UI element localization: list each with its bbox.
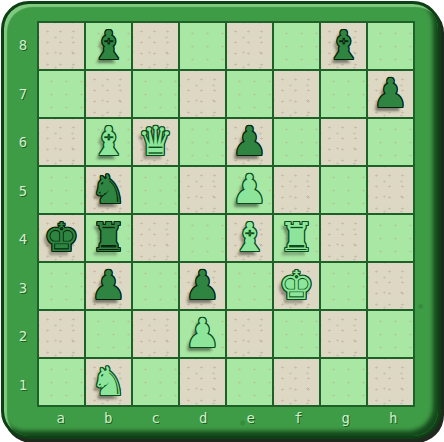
piece-light-bishop-b6[interactable]: ♝ (91, 121, 127, 163)
square-c4[interactable] (133, 215, 178, 261)
piece-light-king-f3[interactable]: ♚ (279, 265, 315, 307)
square-a2[interactable] (39, 311, 84, 357)
square-e3[interactable] (227, 263, 272, 309)
square-d2[interactable]: ♟ (180, 311, 225, 357)
piece-light-queen-c6[interactable]: ♛ (138, 121, 174, 163)
file-labels: abcdefgh (37, 410, 417, 426)
piece-light-knight-b1[interactable]: ♞ (91, 361, 127, 403)
square-e2[interactable] (227, 311, 272, 357)
piece-dark-pawn-h7[interactable]: ♟ (373, 73, 409, 115)
square-f3[interactable]: ♚ (274, 263, 319, 309)
square-f1[interactable] (274, 359, 319, 405)
chess-board: ♝♝♟♝♛♟♞♟♚♜♝♜♟♟♚♟♞ (37, 21, 415, 407)
rank-label-2: 2 (9, 312, 37, 361)
chess-app-window: ♝♝♟♝♛♟♞♟♚♜♝♜♟♟♚♟♞ 87654321 abcdefgh (0, 0, 444, 442)
square-g8[interactable]: ♝ (321, 23, 366, 69)
file-label-e: e (227, 410, 275, 426)
square-e5[interactable]: ♟ (227, 167, 272, 213)
square-b5[interactable]: ♞ (86, 167, 131, 213)
rank-labels: 87654321 (9, 21, 37, 409)
square-e1[interactable] (227, 359, 272, 405)
square-h6[interactable] (368, 119, 413, 165)
square-b3[interactable]: ♟ (86, 263, 131, 309)
square-g7[interactable] (321, 71, 366, 117)
square-b8[interactable]: ♝ (86, 23, 131, 69)
square-f4[interactable]: ♜ (274, 215, 319, 261)
square-b4[interactable]: ♜ (86, 215, 131, 261)
square-h8[interactable] (368, 23, 413, 69)
square-e4[interactable]: ♝ (227, 215, 272, 261)
file-label-d: d (180, 410, 228, 426)
piece-dark-king-a4[interactable]: ♚ (44, 217, 80, 259)
square-g6[interactable] (321, 119, 366, 165)
piece-dark-knight-b5[interactable]: ♞ (91, 169, 127, 211)
rank-label-4: 4 (9, 215, 37, 264)
square-f6[interactable] (274, 119, 319, 165)
square-c5[interactable] (133, 167, 178, 213)
square-f5[interactable] (274, 167, 319, 213)
file-label-f: f (275, 410, 323, 426)
square-e8[interactable] (227, 23, 272, 69)
rank-label-8: 8 (9, 21, 37, 70)
rank-label-6: 6 (9, 118, 37, 167)
square-e7[interactable] (227, 71, 272, 117)
piece-dark-pawn-b3[interactable]: ♟ (91, 265, 127, 307)
piece-light-pawn-e5[interactable]: ♟ (232, 169, 268, 211)
square-d7[interactable] (180, 71, 225, 117)
square-b2[interactable] (86, 311, 131, 357)
square-b7[interactable] (86, 71, 131, 117)
square-a8[interactable] (39, 23, 84, 69)
square-f2[interactable] (274, 311, 319, 357)
square-g4[interactable] (321, 215, 366, 261)
file-label-b: b (85, 410, 133, 426)
file-label-g: g (322, 410, 370, 426)
square-a6[interactable] (39, 119, 84, 165)
square-g1[interactable] (321, 359, 366, 405)
square-c1[interactable] (133, 359, 178, 405)
square-a3[interactable] (39, 263, 84, 309)
square-d5[interactable] (180, 167, 225, 213)
square-g3[interactable] (321, 263, 366, 309)
square-d3[interactable]: ♟ (180, 263, 225, 309)
square-h3[interactable] (368, 263, 413, 309)
square-d1[interactable] (180, 359, 225, 405)
square-c2[interactable] (133, 311, 178, 357)
square-h1[interactable] (368, 359, 413, 405)
square-c8[interactable] (133, 23, 178, 69)
square-h5[interactable] (368, 167, 413, 213)
rank-label-5: 5 (9, 167, 37, 216)
square-d8[interactable] (180, 23, 225, 69)
file-label-a: a (37, 410, 85, 426)
square-a5[interactable] (39, 167, 84, 213)
rank-label-3: 3 (9, 264, 37, 313)
piece-dark-pawn-d3[interactable]: ♟ (185, 265, 221, 307)
piece-light-rook-f4[interactable]: ♜ (279, 217, 315, 259)
square-h4[interactable] (368, 215, 413, 261)
board-frame: ♝♝♟♝♛♟♞♟♚♜♝♜♟♟♚♟♞ 87654321 abcdefgh (1, 1, 441, 439)
square-e6[interactable]: ♟ (227, 119, 272, 165)
piece-dark-bishop-b8[interactable]: ♝ (91, 25, 127, 67)
piece-light-bishop-e4[interactable]: ♝ (232, 217, 268, 259)
rank-label-7: 7 (9, 70, 37, 119)
square-c6[interactable]: ♛ (133, 119, 178, 165)
piece-dark-pawn-e6[interactable]: ♟ (232, 121, 268, 163)
piece-dark-rook-b4[interactable]: ♜ (91, 217, 127, 259)
square-c3[interactable] (133, 263, 178, 309)
square-d4[interactable] (180, 215, 225, 261)
file-label-h: h (370, 410, 418, 426)
piece-light-pawn-d2[interactable]: ♟ (185, 313, 221, 355)
square-a1[interactable] (39, 359, 84, 405)
square-g2[interactable] (321, 311, 366, 357)
file-label-c: c (132, 410, 180, 426)
rank-label-1: 1 (9, 361, 37, 410)
square-a4[interactable]: ♚ (39, 215, 84, 261)
square-f7[interactable] (274, 71, 319, 117)
square-c7[interactable] (133, 71, 178, 117)
square-a7[interactable] (39, 71, 84, 117)
square-h2[interactable] (368, 311, 413, 357)
square-g5[interactable] (321, 167, 366, 213)
piece-dark-bishop-g8[interactable]: ♝ (326, 25, 362, 67)
square-b1[interactable]: ♞ (86, 359, 131, 405)
square-b6[interactable]: ♝ (86, 119, 131, 165)
square-h7[interactable]: ♟ (368, 71, 413, 117)
square-d6[interactable] (180, 119, 225, 165)
square-f8[interactable] (274, 23, 319, 69)
